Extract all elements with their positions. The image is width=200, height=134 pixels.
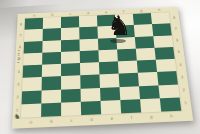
square-e5[interactable] [98, 49, 117, 62]
square-c6[interactable] [61, 39, 80, 52]
square-h7[interactable] [152, 24, 172, 36]
square-d7[interactable] [79, 27, 98, 39]
square-c7[interactable] [61, 27, 79, 39]
coord-label: h [158, 9, 161, 12]
coord-label: h [170, 114, 173, 118]
coord-label: 7 [19, 34, 22, 38]
square-d5[interactable] [80, 50, 99, 63]
square-b3[interactable] [42, 76, 61, 90]
square-h2[interactable] [158, 84, 179, 98]
coord-label: 7 [174, 27, 177, 31]
square-d1[interactable] [81, 101, 101, 115]
square-b6[interactable] [42, 40, 61, 53]
coord-label: g [150, 115, 153, 119]
square-f2[interactable] [119, 86, 140, 100]
square-d4[interactable] [80, 62, 99, 75]
coord-label: a [30, 120, 33, 124]
square-c2[interactable] [61, 88, 81, 102]
coord-label: 4 [18, 70, 21, 74]
square-c4[interactable] [61, 63, 80, 76]
square-g8[interactable] [133, 13, 152, 25]
square-e3[interactable] [99, 74, 119, 88]
coord-label: c [70, 119, 72, 123]
square-c8[interactable] [61, 16, 79, 28]
square-h3[interactable] [157, 71, 178, 85]
square-g4[interactable] [137, 60, 157, 73]
square-e2[interactable] [100, 87, 120, 101]
coord-label: 3 [181, 75, 184, 79]
coord-label: c [69, 12, 71, 15]
coord-label: 4 [179, 63, 182, 67]
square-a1[interactable] [21, 103, 41, 117]
square-g5[interactable] [136, 48, 156, 61]
coord-label: d [87, 12, 90, 15]
coord-label: 2 [16, 96, 19, 100]
square-a5[interactable] [23, 52, 42, 65]
square-d6[interactable] [79, 38, 98, 51]
coord-label: b [50, 119, 53, 123]
square-c3[interactable] [61, 75, 80, 89]
square-f3[interactable] [119, 73, 139, 87]
square-b1[interactable] [41, 102, 61, 116]
coord-label: b [51, 13, 53, 16]
square-c1[interactable] [61, 102, 81, 116]
square-a8[interactable] [25, 18, 43, 30]
square-g1[interactable] [140, 98, 161, 112]
coord-label: 3 [17, 83, 20, 87]
square-h6[interactable] [153, 35, 173, 48]
board-grid[interactable] [21, 12, 181, 117]
square-b2[interactable] [41, 89, 61, 103]
square-f4[interactable] [118, 61, 138, 74]
black-knight-piece[interactable]: ♞ [105, 11, 133, 41]
square-e1[interactable] [101, 100, 122, 114]
square-a7[interactable] [24, 29, 43, 41]
square-d2[interactable] [81, 87, 101, 101]
coord-label: 6 [176, 39, 179, 43]
square-e4[interactable] [99, 61, 119, 74]
coord-label: 2 [182, 88, 185, 92]
square-b7[interactable] [43, 28, 61, 40]
square-d8[interactable] [79, 15, 97, 27]
square-b8[interactable] [43, 17, 61, 29]
fabric-wrinkle [0, 0, 70, 9]
square-h4[interactable] [156, 59, 177, 72]
square-a6[interactable] [24, 41, 43, 54]
coord-label: e [110, 117, 113, 121]
square-c5[interactable] [61, 51, 80, 64]
square-a2[interactable] [22, 90, 42, 104]
coord-label: 5 [177, 51, 180, 55]
square-a3[interactable] [22, 77, 42, 91]
square-f1[interactable] [120, 99, 141, 113]
coord-label: a [33, 14, 35, 17]
square-h8[interactable] [151, 12, 170, 24]
coord-label: 6 [19, 46, 22, 50]
square-g3[interactable] [138, 72, 159, 86]
square-a4[interactable] [23, 65, 42, 78]
chessboard[interactable]: abcdefgh abcdefgh 87654321 87654321 ♞ [12, 7, 193, 129]
coord-label: d [90, 118, 93, 122]
square-f5[interactable] [117, 48, 137, 61]
coord-label: 8 [20, 23, 23, 27]
coord-label: f [131, 116, 133, 120]
square-d3[interactable] [80, 75, 100, 89]
coord-label: 1 [184, 102, 187, 106]
coord-label: g [140, 9, 143, 12]
square-b5[interactable] [42, 52, 61, 65]
square-h1[interactable] [160, 97, 181, 111]
square-g6[interactable] [135, 36, 155, 49]
coord-label: 8 [173, 16, 176, 19]
square-g2[interactable] [139, 85, 160, 99]
square-b4[interactable] [42, 64, 61, 77]
square-h5[interactable] [154, 47, 174, 60]
square-g7[interactable] [134, 24, 153, 36]
photo-scene: abcdefgh abcdefgh 87654321 87654321 ♞ ♞ [0, 0, 200, 134]
